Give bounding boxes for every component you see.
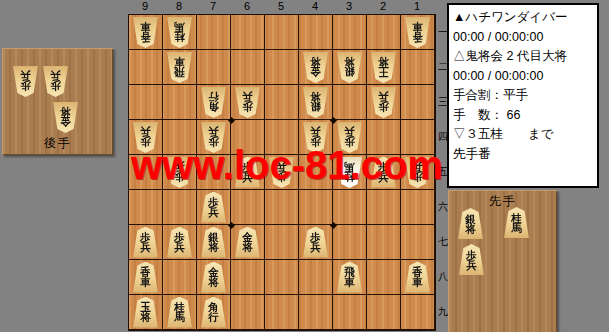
gote-piece-香[interactable]: 香車: [132, 17, 159, 48]
last-move-line: ▽３五桂 まで: [453, 125, 593, 145]
board-square-1六[interactable]: [401, 190, 435, 225]
gote-piece-銀[interactable]: 銀将: [336, 52, 363, 83]
board-square-2八[interactable]: [367, 260, 401, 295]
sente-hand-piece-pawn[interactable]: 歩兵: [458, 244, 485, 275]
gote-piece-銀[interactable]: 銀将: [302, 87, 329, 118]
board-square-5二[interactable]: [265, 50, 299, 85]
file-coordinate-labels: 9 8 7 6 5 4 3 2 1: [128, 0, 434, 13]
gote-piece-歩[interactable]: 歩兵: [200, 122, 227, 153]
board-square-3一[interactable]: [333, 15, 367, 50]
sente-piece-香[interactable]: 香車: [404, 262, 431, 293]
gote-piece-歩[interactable]: 歩兵: [404, 157, 431, 188]
gote-piece-歩[interactable]: 歩兵: [370, 87, 397, 118]
sente-hand-piece-knight[interactable]: 桂馬: [503, 207, 530, 238]
board-square-5一[interactable]: [265, 15, 299, 50]
board-square-3七[interactable]: [333, 225, 367, 260]
gote-captured-tray: 歩兵 歩兵 金将 後手: [2, 48, 113, 155]
board-square-7二[interactable]: [197, 50, 231, 85]
board-square-6三[interactable]: 歩兵: [231, 85, 265, 120]
file-label: 7: [196, 0, 230, 13]
board-square-6八[interactable]: [231, 260, 265, 295]
board-square-4四[interactable]: 歩兵: [299, 120, 333, 155]
turn-indicator: 先手番: [453, 145, 593, 165]
sente-piece-歩[interactable]: 歩兵: [302, 227, 329, 258]
shogi-board: 香車桂馬香車飛車金将銀将王将角行歩兵銀将歩兵歩兵歩兵歩兵歩兵歩兵歩兵歩兵桂馬歩兵…: [128, 14, 436, 331]
sente-piece-玉[interactable]: 玉将: [132, 297, 159, 328]
board-square-7一[interactable]: [197, 15, 231, 50]
board-square-5七[interactable]: [265, 225, 299, 260]
board-square-2四[interactable]: [367, 120, 401, 155]
board-square-5五[interactable]: 歩兵: [265, 155, 299, 190]
file-label: 8: [162, 0, 196, 13]
gote-piece-金[interactable]: 金将: [302, 52, 329, 83]
board-square-7四[interactable]: 歩兵: [197, 120, 231, 155]
sente-clock: 00:00 / 00:00:00: [453, 28, 593, 48]
board-square-2一[interactable]: [367, 15, 401, 50]
board-square-4七[interactable]: 歩兵: [299, 225, 333, 260]
gote-piece-飛[interactable]: 飛車: [166, 52, 193, 83]
board-square-8七[interactable]: 歩兵: [163, 225, 197, 260]
board-square-4九[interactable]: [299, 295, 333, 330]
board-square-8二[interactable]: 飛車: [163, 50, 197, 85]
board-square-4三[interactable]: 銀将: [299, 85, 333, 120]
game-info-panel: ▲ハチワンダイバー 00:00 / 00:00:00 △鬼将会 2 代目大将 0…: [447, 3, 599, 188]
board-square-2五[interactable]: 歩兵: [367, 155, 401, 190]
board-square-8五[interactable]: 歩兵: [163, 155, 197, 190]
board-square-6五[interactable]: 歩兵: [231, 155, 265, 190]
board-square-8九[interactable]: 桂馬: [163, 295, 197, 330]
file-label: 6: [230, 0, 264, 13]
file-label: 9: [128, 0, 162, 13]
board-square-5三[interactable]: [265, 85, 299, 120]
gote-player-name: △鬼将会 2 代目大将: [453, 47, 593, 67]
gote-piece-歩[interactable]: 歩兵: [302, 122, 329, 153]
file-label: 5: [264, 0, 298, 13]
board-square-4二[interactable]: 金将: [299, 50, 333, 85]
file-label: 4: [298, 0, 332, 13]
sente-piece-歩[interactable]: 歩兵: [132, 227, 159, 258]
board-square-8四[interactable]: [163, 120, 197, 155]
sente-piece-歩[interactable]: 歩兵: [200, 192, 227, 223]
gote-piece-歩[interactable]: 歩兵: [132, 122, 159, 153]
file-label: 3: [332, 0, 366, 13]
gote-hand-piece-gold[interactable]: 金将: [52, 102, 79, 133]
board-square-7八[interactable]: 金将: [197, 260, 231, 295]
sente-hand-piece-silver[interactable]: 銀将: [457, 208, 484, 239]
file-label: 2: [366, 0, 400, 13]
board-square-7六[interactable]: 歩兵: [197, 190, 231, 225]
board-square-6九[interactable]: [231, 295, 265, 330]
sente-piece-金[interactable]: 金将: [200, 262, 227, 293]
board-square-4五[interactable]: [299, 155, 333, 190]
move-count-line: 手 数： 66: [453, 106, 593, 126]
sente-piece-金[interactable]: 金将: [234, 227, 261, 258]
board-square-5六[interactable]: [265, 190, 299, 225]
sente-captured-tray: 先手 銀将 桂馬 歩兵: [448, 190, 557, 332]
gote-piece-桂-last-move[interactable]: 桂馬: [336, 157, 363, 188]
sente-piece-香[interactable]: 香車: [132, 262, 159, 293]
board-square-7九[interactable]: 角行: [197, 295, 231, 330]
board-square-5四[interactable]: [265, 120, 299, 155]
board-square-7七[interactable]: 銀将: [197, 225, 231, 260]
gote-tray-label: 後手: [3, 135, 113, 152]
gote-piece-王[interactable]: 王将: [370, 52, 397, 83]
board-square-1八[interactable]: 香車: [401, 260, 435, 295]
board-square-7五[interactable]: [197, 155, 231, 190]
board-square-1九[interactable]: [401, 295, 435, 330]
board-square-1一[interactable]: 香車: [401, 15, 435, 50]
board-square-9九[interactable]: 玉将: [129, 295, 163, 330]
sente-piece-飛[interactable]: 飛車: [336, 262, 363, 293]
file-label: 1: [400, 0, 434, 13]
sente-piece-歩[interactable]: 歩兵: [166, 227, 193, 258]
board-square-2二[interactable]: 王将: [367, 50, 401, 85]
board-square-1五[interactable]: 歩兵: [401, 155, 435, 190]
board-square-9五[interactable]: [129, 155, 163, 190]
board-square-4八[interactable]: [299, 260, 333, 295]
board-square-1四[interactable]: [401, 120, 435, 155]
gote-piece-桂[interactable]: 桂馬: [166, 17, 193, 48]
board-square-2三[interactable]: 歩兵: [367, 85, 401, 120]
board-square-3八[interactable]: 飛車: [333, 260, 367, 295]
board-square-6六[interactable]: [231, 190, 265, 225]
gote-piece-歩[interactable]: 歩兵: [336, 122, 363, 153]
board-square-8一[interactable]: 桂馬: [163, 15, 197, 50]
gote-piece-歩[interactable]: 歩兵: [234, 87, 261, 118]
sente-piece-銀[interactable]: 銀将: [200, 227, 227, 258]
sente-piece-角[interactable]: 角行: [200, 297, 227, 328]
handicap-line: 手合割：平手: [453, 86, 593, 106]
board-square-9六[interactable]: [129, 190, 163, 225]
board-square-9七[interactable]: 歩兵: [129, 225, 163, 260]
gote-piece-歩[interactable]: 歩兵: [268, 157, 295, 188]
board-square-6二[interactable]: [231, 50, 265, 85]
gote-piece-歩[interactable]: 歩兵: [166, 157, 193, 188]
board-square-1三[interactable]: [401, 85, 435, 120]
board-square-1二[interactable]: [401, 50, 435, 85]
board-square-3四[interactable]: 歩兵: [333, 120, 367, 155]
shogi-client-window: 歩兵 歩兵 金将 後手 9 8 7 6 5 4 3 2 1 一 二 三 四 五 …: [0, 0, 609, 332]
board-square-9三[interactable]: [129, 85, 163, 120]
sente-piece-歩[interactable]: 歩兵: [370, 157, 397, 188]
board-square-4一[interactable]: [299, 15, 333, 50]
sente-piece-歩[interactable]: 歩兵: [234, 157, 261, 188]
board-square-6四[interactable]: [231, 120, 265, 155]
board-square-3九[interactable]: [333, 295, 367, 330]
gote-hand-piece-pawn-1[interactable]: 歩兵: [12, 66, 39, 97]
board-square-9一[interactable]: 香車: [129, 15, 163, 50]
board-square-9八[interactable]: 香車: [129, 260, 163, 295]
board-square-3三[interactable]: [333, 85, 367, 120]
gote-hand-piece-pawn-2[interactable]: 歩兵: [42, 66, 69, 97]
board-square-6七[interactable]: 金将: [231, 225, 265, 260]
board-square-5九[interactable]: [265, 295, 299, 330]
sente-tray-label: 先手: [449, 193, 557, 210]
gote-piece-角[interactable]: 角行: [200, 87, 227, 118]
sente-player-name: ▲ハチワンダイバー: [453, 8, 593, 28]
gote-piece-香[interactable]: 香車: [404, 17, 431, 48]
board-square-9二[interactable]: [129, 50, 163, 85]
board-square-3二[interactable]: 銀将: [333, 50, 367, 85]
gote-clock: 00:00 / 00:00:00: [453, 67, 593, 87]
board-square-4六[interactable]: [299, 190, 333, 225]
sente-piece-桂[interactable]: 桂馬: [166, 297, 193, 328]
board-square-2六[interactable]: [367, 190, 401, 225]
board-square-7三[interactable]: 角行: [197, 85, 231, 120]
board-square-3五[interactable]: 桂馬: [333, 155, 367, 190]
board-square-1七[interactable]: [401, 225, 435, 260]
board-square-8三[interactable]: [163, 85, 197, 120]
board-square-3六[interactable]: [333, 190, 367, 225]
board-square-6一[interactable]: [231, 15, 265, 50]
board-square-2七[interactable]: [367, 225, 401, 260]
board-square-5八[interactable]: [265, 260, 299, 295]
board-square-8八[interactable]: [163, 260, 197, 295]
board-square-9四[interactable]: 歩兵: [129, 120, 163, 155]
board-square-2九[interactable]: [367, 295, 401, 330]
board-square-8六[interactable]: [163, 190, 197, 225]
